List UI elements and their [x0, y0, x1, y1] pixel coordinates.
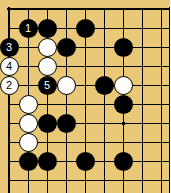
white-stone [19, 95, 38, 114]
white-stone: 2 [0, 76, 19, 95]
black-stone [57, 114, 76, 133]
black-stone: 1 [19, 19, 38, 38]
black-stone [95, 76, 114, 95]
board-left-border [8, 7, 10, 193]
move-number-label: 2 [6, 80, 12, 91]
move-number-label: 1 [25, 23, 31, 34]
white-stone [57, 76, 76, 95]
white-stone [19, 114, 38, 133]
black-stone [76, 152, 95, 171]
board-top-border [7, 8, 170, 10]
move-number-label: 3 [6, 42, 12, 53]
black-stone [114, 95, 133, 114]
white-stone [114, 76, 133, 95]
black-stone [19, 152, 38, 171]
grid-vline [142, 8, 143, 193]
white-stone [38, 57, 57, 76]
star-point [122, 122, 125, 125]
grid-hline [8, 47, 170, 48]
cut-edge-vline [169, 7, 171, 193]
move-number-label: 5 [44, 80, 50, 91]
grid-hline [8, 66, 170, 67]
black-stone [38, 152, 57, 171]
grid-hline [8, 180, 170, 181]
black-stone [38, 114, 57, 133]
black-stone [38, 19, 57, 38]
grid-vline [161, 8, 162, 193]
white-stone: 4 [0, 57, 19, 76]
white-stone [19, 133, 38, 152]
black-stone [114, 152, 133, 171]
grid-hline [8, 85, 170, 86]
black-stone [114, 38, 133, 57]
move-number-label: 4 [6, 61, 12, 72]
black-stone: 5 [38, 76, 57, 95]
black-stone [76, 19, 95, 38]
grid-vline [104, 8, 105, 193]
go-board: 13425 [0, 0, 170, 193]
white-stone [38, 38, 57, 57]
black-stone [57, 38, 76, 57]
black-stone: 3 [0, 38, 19, 57]
grid-vline [66, 8, 67, 193]
